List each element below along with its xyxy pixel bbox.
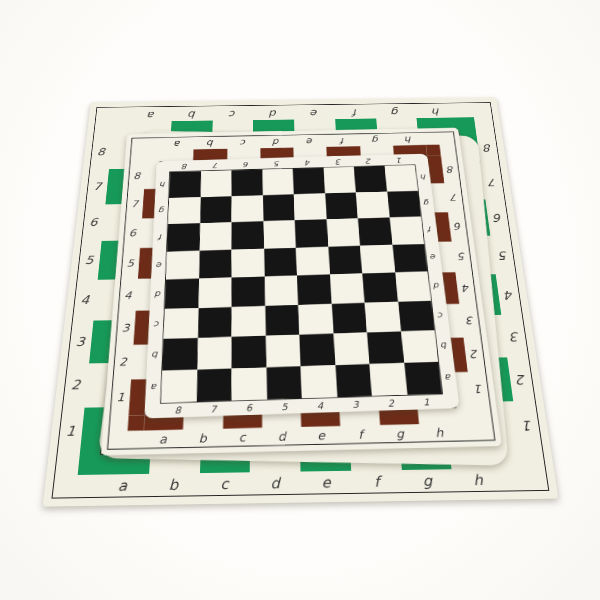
rank-label: 5 (498, 249, 508, 260)
rank-label: 2 (119, 356, 127, 367)
board-square (294, 193, 327, 220)
board-square (264, 275, 298, 305)
board-square (365, 301, 401, 332)
file-label: a (174, 140, 181, 149)
board-square (360, 245, 395, 274)
file-label: g (422, 474, 433, 489)
rank-label: 4 (317, 401, 324, 411)
board-square (232, 336, 267, 368)
rank-label: 4 (305, 159, 311, 166)
board-square (333, 333, 369, 365)
file-label: f (358, 429, 363, 441)
file-label: a (118, 479, 128, 494)
rank-label: 3 (121, 322, 129, 333)
rank-label: 2 (387, 399, 394, 408)
file-label: c (438, 311, 444, 320)
file-label: f (428, 226, 432, 234)
rank-label: 7 (131, 199, 139, 208)
file-label: g (392, 107, 400, 116)
rank-label: 7 (210, 404, 216, 414)
file-label: b (441, 342, 448, 351)
rank-label: 5 (458, 252, 466, 262)
board-square (262, 169, 294, 195)
rank-label: 2 (71, 379, 81, 392)
board-square (231, 169, 262, 195)
file-label: d (155, 290, 161, 298)
checkerboard-grid (160, 164, 443, 403)
file-label: d (270, 108, 278, 117)
file-label: h (473, 473, 484, 488)
file-label: d (434, 282, 441, 290)
file-label: g (372, 136, 379, 144)
rank-label: 1 (397, 157, 403, 164)
board-square (198, 277, 231, 307)
rank-label: 2 (366, 158, 372, 165)
rank-label: 1 (116, 392, 125, 404)
board-square (232, 276, 265, 306)
board-square (354, 166, 387, 192)
file-label: e (317, 429, 325, 441)
rank-label: 3 (75, 335, 85, 347)
file-label: e (306, 137, 313, 145)
board-square (232, 367, 267, 401)
board-square (265, 305, 299, 336)
board-square (199, 249, 232, 278)
board-square (387, 190, 421, 217)
board-square (298, 304, 333, 335)
file-label: d (273, 138, 280, 146)
rank-label: 7 (93, 181, 102, 191)
board-square (232, 306, 266, 337)
file-label: e (311, 108, 319, 117)
board-square (200, 196, 232, 223)
board-square (367, 331, 404, 363)
rank-label: 3 (352, 400, 359, 410)
board-square (164, 308, 199, 339)
board-square (168, 197, 200, 224)
board-square (358, 217, 392, 245)
board-square (323, 167, 356, 193)
perspective-tilt: aa88bb77cc66dd55ee44ff33gg22hh11 aa88bb7… (43, 97, 559, 506)
board-square (264, 247, 297, 276)
file-label: c (241, 138, 247, 146)
board-square (395, 271, 431, 301)
corner-accent-square (78, 455, 100, 475)
rank-label: 8 (182, 163, 188, 170)
rank-label: 1 (423, 397, 430, 406)
board-square (296, 246, 330, 275)
board-square (401, 330, 438, 362)
file-label: g (396, 428, 405, 440)
board-square (331, 302, 367, 333)
file-label: c (230, 109, 237, 118)
file-label: h (435, 427, 444, 439)
file-label: b (168, 478, 178, 493)
board-square (335, 364, 372, 397)
rank-label: 7 (213, 162, 219, 169)
rank-label: 2 (516, 372, 527, 385)
corner-accent-square (426, 145, 441, 156)
rank-label: 4 (80, 294, 90, 306)
rank-label: 8 (483, 142, 492, 152)
board-square (301, 365, 337, 398)
board-square (198, 307, 232, 338)
rank-label: 5 (274, 160, 280, 167)
file-label: f (341, 137, 345, 145)
rank-label: 8 (447, 165, 455, 174)
board-square (392, 244, 427, 273)
file-label: h (160, 181, 166, 188)
rank-label: 6 (129, 228, 137, 238)
file-label: a (445, 373, 452, 382)
board-square (330, 273, 365, 303)
rank-label: 6 (246, 403, 252, 413)
board-square (356, 191, 390, 218)
file-label: c (220, 477, 228, 492)
board-square (326, 218, 360, 246)
file-label: f (374, 475, 380, 490)
rank-label: 8 (174, 405, 181, 415)
rank-label: 7 (450, 193, 458, 202)
file-label: e (157, 261, 163, 269)
rank-label: 8 (133, 171, 140, 180)
file-label: h (432, 106, 441, 115)
corner-accent-square (128, 415, 145, 431)
rank-label: 5 (281, 402, 288, 412)
rank-label: 8 (97, 147, 106, 157)
file-label: c (154, 320, 160, 329)
board-square (199, 222, 231, 250)
rank-label: 5 (126, 258, 134, 268)
rank-label: 6 (454, 222, 462, 231)
board-square (232, 221, 264, 249)
rank-label: 3 (510, 329, 520, 341)
board-square (265, 335, 300, 367)
file-label: h (405, 135, 412, 143)
file-label: a (147, 110, 155, 119)
rank-label: 7 (488, 176, 497, 186)
board-square (384, 165, 417, 191)
board-square (404, 361, 442, 394)
board-square (266, 366, 302, 400)
board-square (293, 168, 325, 194)
board-square (169, 171, 201, 197)
file-label: b (188, 109, 196, 118)
board-square (325, 192, 358, 219)
corner-accent-square (457, 117, 475, 130)
file-label: b (152, 351, 158, 360)
rank-label: 6 (244, 161, 250, 168)
board-square (162, 338, 197, 370)
rank-label: 4 (124, 290, 132, 300)
rank-label: 1 (65, 424, 76, 438)
top-checkerboard: 88hh77gg66ff55ee44dd33cc22bb11aa (144, 154, 459, 419)
board-square (167, 223, 200, 251)
scene: aa88bb77cc66dd55ee44ff33gg22hh11 aa88bb7… (0, 0, 600, 600)
accent-square (379, 409, 419, 425)
board-square (398, 300, 435, 331)
board-square (297, 274, 331, 304)
board-square (165, 278, 199, 308)
rank-label: 6 (89, 217, 98, 228)
rank-label: 1 (522, 418, 533, 432)
file-label: d (278, 430, 286, 442)
rank-label: 1 (475, 383, 484, 394)
rank-label: 4 (462, 283, 471, 293)
board-square (200, 170, 231, 196)
board-square (232, 248, 265, 277)
file-label: f (353, 107, 358, 116)
file-label: a (159, 433, 167, 445)
file-label: b (207, 139, 214, 148)
file-label: e (430, 253, 437, 261)
rank-label: 3 (466, 315, 475, 326)
rank-label: 6 (493, 212, 503, 223)
file-label: b (199, 432, 207, 444)
board-square (328, 245, 362, 274)
board-square (389, 217, 424, 245)
board-square (166, 250, 199, 279)
file-label: e (321, 475, 331, 490)
file-label: h (420, 173, 426, 180)
rank-label: 4 (504, 288, 514, 300)
file-label: g (423, 199, 429, 206)
board-square (362, 272, 397, 302)
file-label: c (239, 431, 246, 443)
board-square (299, 334, 335, 366)
file-label: d (271, 476, 280, 491)
board-square (295, 219, 328, 247)
rank-label: 5 (85, 255, 94, 266)
board-square (231, 195, 263, 222)
board-square (197, 337, 232, 369)
board-square (369, 363, 407, 396)
board-square (263, 194, 295, 221)
board-square (263, 220, 296, 248)
rank-label: 3 (336, 158, 342, 165)
rank-label: 2 (470, 349, 479, 360)
board-square (196, 368, 231, 402)
file-label: a (151, 383, 157, 392)
file-label: f (159, 234, 162, 242)
board-square (161, 369, 197, 403)
file-label: g (159, 207, 165, 215)
